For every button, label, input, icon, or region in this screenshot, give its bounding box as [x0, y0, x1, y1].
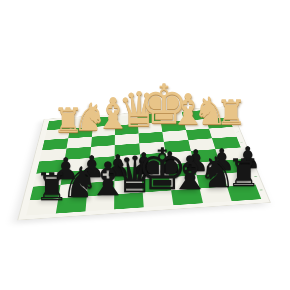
- chess-set-photo: ♜♞♝♛♚♝♞♜♟♟♟♟♟♟♟♟♜♞♝♛♚♝♞♜: [0, 0, 290, 290]
- black-rook[interactable]: ♜: [227, 154, 261, 192]
- pieces-layer: ♜♞♝♛♚♝♞♜♟♟♟♟♟♟♟♟♜♞♝♛♚♝♞♜: [0, 0, 290, 290]
- white-rook[interactable]: ♜: [216, 95, 246, 129]
